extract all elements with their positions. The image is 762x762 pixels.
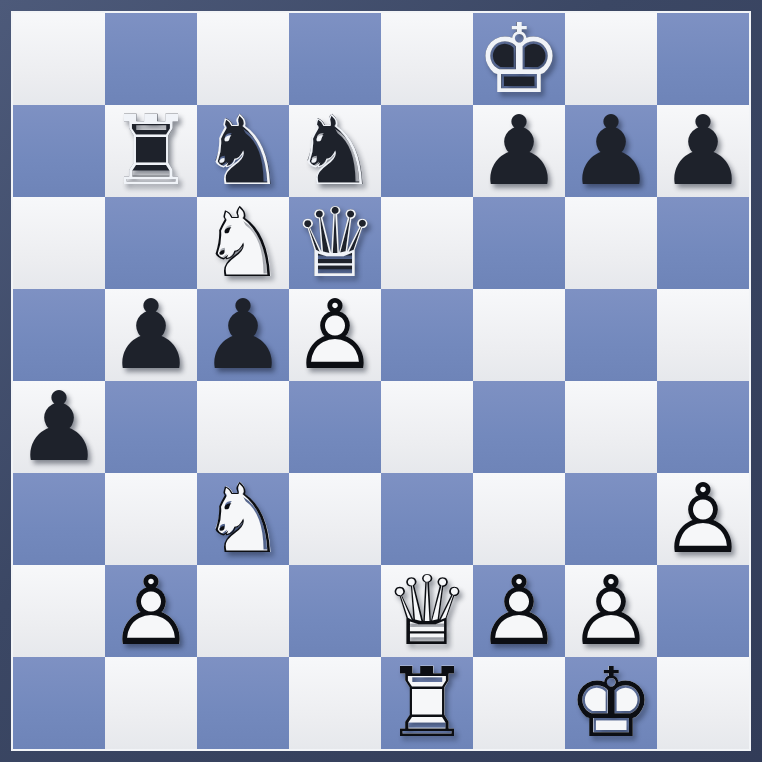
piece-glyph-fill: ♜ <box>381 657 473 749</box>
piece-glyph-fill: ♟ <box>197 289 289 381</box>
square-d2[interactable] <box>289 565 381 657</box>
piece-glyph-fill: ♟ <box>105 565 197 657</box>
piece-glyph-outline: ♘ <box>197 197 289 289</box>
square-e4[interactable] <box>381 381 473 473</box>
square-b3[interactable] <box>105 473 197 565</box>
white-pawn: ♟♙ <box>657 473 749 565</box>
square-f1[interactable] <box>473 657 565 749</box>
chess-board-frame: ♚♔♜♖♞♘♞♘♟♟♟♞♘♛♕♟♟♟♙♟♞♘♟♙♟♙♛♕♟♙♟♙♜♖♚♔ <box>0 0 762 762</box>
white-king: ♚♔ <box>565 657 657 749</box>
square-e3[interactable] <box>381 473 473 565</box>
square-f4[interactable] <box>473 381 565 473</box>
white-knight: ♞♘ <box>197 197 289 289</box>
piece-glyph-fill: ♟ <box>473 105 565 197</box>
white-knight: ♞♘ <box>197 473 289 565</box>
square-a1[interactable] <box>13 657 105 749</box>
piece-glyph-fill: ♚ <box>565 657 657 749</box>
square-e7[interactable] <box>381 105 473 197</box>
piece-glyph-outline: ♙ <box>657 473 749 565</box>
square-d5[interactable]: ♟♙ <box>289 289 381 381</box>
piece-glyph-outline: ♖ <box>381 657 473 749</box>
piece-glyph-fill: ♛ <box>381 565 473 657</box>
black-knight: ♞♘ <box>289 105 381 197</box>
square-h2[interactable] <box>657 565 749 657</box>
piece-glyph-outline: ♔ <box>473 13 565 105</box>
square-d8[interactable] <box>289 13 381 105</box>
piece-glyph-outline: ♙ <box>473 565 565 657</box>
black-rook: ♜♖ <box>105 105 197 197</box>
square-b7[interactable]: ♜♖ <box>105 105 197 197</box>
square-c5[interactable]: ♟ <box>197 289 289 381</box>
square-d7[interactable]: ♞♘ <box>289 105 381 197</box>
square-f6[interactable] <box>473 197 565 289</box>
piece-glyph-fill: ♟ <box>565 105 657 197</box>
square-b4[interactable] <box>105 381 197 473</box>
white-pawn: ♟♙ <box>565 565 657 657</box>
black-pawn: ♟ <box>657 105 749 197</box>
square-a6[interactable] <box>13 197 105 289</box>
square-a5[interactable] <box>13 289 105 381</box>
square-f7[interactable]: ♟ <box>473 105 565 197</box>
piece-glyph-fill: ♟ <box>105 289 197 381</box>
piece-glyph-fill: ♟ <box>657 105 749 197</box>
square-a4[interactable]: ♟ <box>13 381 105 473</box>
square-b5[interactable]: ♟ <box>105 289 197 381</box>
square-e5[interactable] <box>381 289 473 381</box>
square-h4[interactable] <box>657 381 749 473</box>
black-knight: ♞♘ <box>197 105 289 197</box>
black-pawn: ♟ <box>565 105 657 197</box>
square-d4[interactable] <box>289 381 381 473</box>
square-d1[interactable] <box>289 657 381 749</box>
square-c1[interactable] <box>197 657 289 749</box>
white-pawn: ♟♙ <box>473 565 565 657</box>
piece-glyph-outline: ♔ <box>565 657 657 749</box>
piece-glyph-outline: ♖ <box>105 105 197 197</box>
piece-glyph-fill: ♞ <box>197 105 289 197</box>
square-c2[interactable] <box>197 565 289 657</box>
square-g2[interactable]: ♟♙ <box>565 565 657 657</box>
black-pawn: ♟ <box>105 289 197 381</box>
square-c3[interactable]: ♞♘ <box>197 473 289 565</box>
square-e6[interactable] <box>381 197 473 289</box>
square-c7[interactable]: ♞♘ <box>197 105 289 197</box>
square-f2[interactable]: ♟♙ <box>473 565 565 657</box>
square-f5[interactable] <box>473 289 565 381</box>
square-b2[interactable]: ♟♙ <box>105 565 197 657</box>
square-a3[interactable] <box>13 473 105 565</box>
chess-board: ♚♔♜♖♞♘♞♘♟♟♟♞♘♛♕♟♟♟♙♟♞♘♟♙♟♙♛♕♟♙♟♙♜♖♚♔ <box>11 11 751 751</box>
square-f3[interactable] <box>473 473 565 565</box>
square-c6[interactable]: ♞♘ <box>197 197 289 289</box>
piece-glyph-fill: ♟ <box>657 473 749 565</box>
piece-glyph-fill: ♛ <box>289 197 381 289</box>
white-pawn: ♟♙ <box>105 565 197 657</box>
piece-glyph-fill: ♞ <box>289 105 381 197</box>
square-h8[interactable] <box>657 13 749 105</box>
piece-glyph-outline: ♙ <box>289 289 381 381</box>
square-a8[interactable] <box>13 13 105 105</box>
square-g3[interactable] <box>565 473 657 565</box>
square-h6[interactable] <box>657 197 749 289</box>
piece-glyph-fill: ♞ <box>197 473 289 565</box>
piece-glyph-fill: ♟ <box>473 565 565 657</box>
square-a2[interactable] <box>13 565 105 657</box>
piece-glyph-fill: ♚ <box>473 13 565 105</box>
piece-glyph-fill: ♞ <box>197 197 289 289</box>
piece-glyph-fill: ♟ <box>289 289 381 381</box>
piece-glyph-outline: ♘ <box>197 473 289 565</box>
square-h5[interactable] <box>657 289 749 381</box>
square-a7[interactable] <box>13 105 105 197</box>
square-b6[interactable] <box>105 197 197 289</box>
black-queen: ♛♕ <box>289 197 381 289</box>
square-e2[interactable]: ♛♕ <box>381 565 473 657</box>
white-queen: ♛♕ <box>381 565 473 657</box>
square-g8[interactable] <box>565 13 657 105</box>
black-king: ♚♔ <box>473 13 565 105</box>
piece-glyph-outline: ♕ <box>381 565 473 657</box>
square-d3[interactable] <box>289 473 381 565</box>
square-g1[interactable]: ♚♔ <box>565 657 657 749</box>
black-pawn: ♟ <box>13 381 105 473</box>
white-rook: ♜♖ <box>381 657 473 749</box>
piece-glyph-outline: ♕ <box>289 197 381 289</box>
square-e8[interactable] <box>381 13 473 105</box>
square-e1[interactable]: ♜♖ <box>381 657 473 749</box>
piece-glyph-outline: ♘ <box>289 105 381 197</box>
square-h1[interactable] <box>657 657 749 749</box>
square-g7[interactable]: ♟ <box>565 105 657 197</box>
square-g4[interactable] <box>565 381 657 473</box>
square-f8[interactable]: ♚♔ <box>473 13 565 105</box>
piece-glyph-fill: ♟ <box>13 381 105 473</box>
piece-glyph-outline: ♙ <box>565 565 657 657</box>
piece-glyph-outline: ♙ <box>105 565 197 657</box>
square-h3[interactable]: ♟♙ <box>657 473 749 565</box>
white-pawn: ♟♙ <box>289 289 381 381</box>
square-b8[interactable] <box>105 13 197 105</box>
square-c4[interactable] <box>197 381 289 473</box>
square-h7[interactable]: ♟ <box>657 105 749 197</box>
piece-glyph-fill: ♟ <box>565 565 657 657</box>
piece-glyph-outline: ♘ <box>197 105 289 197</box>
black-pawn: ♟ <box>473 105 565 197</box>
square-g5[interactable] <box>565 289 657 381</box>
piece-glyph-fill: ♜ <box>105 105 197 197</box>
black-pawn: ♟ <box>197 289 289 381</box>
square-g6[interactable] <box>565 197 657 289</box>
square-d6[interactable]: ♛♕ <box>289 197 381 289</box>
square-b1[interactable] <box>105 657 197 749</box>
square-c8[interactable] <box>197 13 289 105</box>
